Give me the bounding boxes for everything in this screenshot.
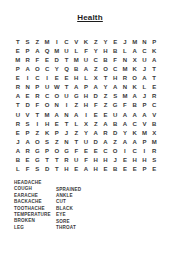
- grid-cell[interactable]: H: [130, 156, 140, 165]
- grid-cell[interactable]: E: [130, 165, 140, 174]
- grid-cell[interactable]: T: [13, 101, 23, 110]
- grid-cell[interactable]: Z: [71, 101, 81, 110]
- grid-cell[interactable]: N: [140, 37, 150, 46]
- grid-cell[interactable]: N: [52, 101, 62, 110]
- grid-cell[interactable]: E: [91, 110, 101, 119]
- grid-cell[interactable]: E: [42, 55, 52, 64]
- grid-cell[interactable]: Y: [52, 64, 62, 73]
- grid-cell[interactable]: U: [81, 137, 91, 146]
- grid-cell[interactable]: T: [62, 119, 72, 128]
- grid-cell[interactable]: B: [130, 101, 140, 110]
- grid-cell[interactable]: P: [23, 128, 33, 137]
- grid-cell[interactable]: Z: [52, 137, 62, 146]
- grid-cell[interactable]: A: [81, 64, 91, 73]
- grid-cell[interactable]: A: [101, 137, 111, 146]
- grid-cell[interactable]: C: [32, 74, 42, 83]
- grid-cell[interactable]: H: [101, 156, 111, 165]
- grid-cell[interactable]: A: [140, 110, 150, 119]
- grid-cell[interactable]: M: [140, 128, 150, 137]
- grid-cell[interactable]: B: [110, 165, 120, 174]
- word-list-right: SPRAINEDANKLECUTBLACKEYESORETHROAT: [56, 187, 81, 232]
- grid-cell[interactable]: K: [130, 128, 140, 137]
- grid-cell[interactable]: L: [120, 46, 130, 55]
- grid-cell[interactable]: O: [52, 147, 62, 156]
- grid-cell[interactable]: F: [81, 156, 91, 165]
- grid-cell[interactable]: W: [52, 83, 62, 92]
- grid-cell[interactable]: M: [120, 64, 130, 73]
- grid-cell[interactable]: O: [32, 64, 42, 73]
- grid-cell[interactable]: T: [62, 55, 72, 64]
- grid-cell[interactable]: L: [71, 46, 81, 55]
- grid-cell[interactable]: J: [140, 64, 150, 73]
- grid-cell[interactable]: C: [110, 64, 120, 73]
- grid-cell[interactable]: M: [130, 37, 140, 46]
- grid-cell[interactable]: C: [91, 55, 101, 64]
- grid-cell[interactable]: F: [91, 101, 101, 110]
- grid-cell[interactable]: E: [101, 110, 111, 119]
- grid-cell[interactable]: O: [42, 101, 52, 110]
- grid-cell[interactable]: S: [110, 92, 120, 101]
- grid-cell[interactable]: B: [110, 46, 120, 55]
- grid-cell[interactable]: A: [130, 92, 140, 101]
- word-search-grid: TSZMICVKZYEJMNPEPAQMULFYHBLACKMRFEDTMUCB…: [13, 37, 159, 174]
- grid-cell[interactable]: V: [23, 110, 33, 119]
- grid-cell[interactable]: G: [32, 156, 42, 165]
- grid-cell[interactable]: T: [52, 165, 62, 174]
- grid-cell[interactable]: A: [23, 137, 33, 146]
- grid-cell[interactable]: A: [91, 83, 101, 92]
- grid-cell[interactable]: Z: [32, 128, 42, 137]
- grid-cell[interactable]: N: [120, 83, 130, 92]
- grid-cell[interactable]: H: [62, 165, 72, 174]
- grid-cell[interactable]: T: [52, 156, 62, 165]
- grid-cell[interactable]: Z: [91, 119, 101, 128]
- grid-cell[interactable]: E: [62, 74, 72, 83]
- grid-cell[interactable]: R: [149, 147, 159, 156]
- word-list-item: LEG: [14, 225, 51, 231]
- grid-cell[interactable]: U: [110, 110, 120, 119]
- grid-cell[interactable]: M: [42, 110, 52, 119]
- grid-cell[interactable]: G: [110, 101, 120, 110]
- grid-cell[interactable]: A: [13, 147, 23, 156]
- grid-cell[interactable]: K: [42, 128, 52, 137]
- grid-cell[interactable]: P: [140, 137, 150, 146]
- grid-cell[interactable]: P: [23, 46, 33, 55]
- grid-cell[interactable]: E: [120, 165, 130, 174]
- grid-cell[interactable]: H: [81, 101, 91, 110]
- grid-cell[interactable]: E: [149, 165, 159, 174]
- grid-cell[interactable]: R: [23, 147, 33, 156]
- grid-cell[interactable]: R: [149, 92, 159, 101]
- grid-cell[interactable]: A: [130, 46, 140, 55]
- grid-cell[interactable]: M: [42, 37, 52, 46]
- grid-cell[interactable]: Z: [71, 128, 81, 137]
- grid-cell[interactable]: D: [42, 165, 52, 174]
- grid-cell[interactable]: J: [140, 92, 150, 101]
- grid-cell[interactable]: S: [42, 137, 52, 146]
- grid-cell[interactable]: U: [62, 46, 72, 55]
- grid-cell[interactable]: H: [81, 92, 91, 101]
- grid-cell[interactable]: R: [13, 119, 23, 128]
- grid-cell[interactable]: H: [91, 156, 101, 165]
- grid-cell[interactable]: N: [62, 137, 72, 146]
- grid-cell[interactable]: S: [149, 156, 159, 165]
- grid-cell[interactable]: Z: [110, 137, 120, 146]
- grid-cell[interactable]: E: [52, 119, 62, 128]
- grid-cell[interactable]: H: [71, 74, 81, 83]
- grid-cell[interactable]: T: [101, 74, 111, 83]
- grid-cell[interactable]: A: [23, 64, 33, 73]
- grid-cell[interactable]: R: [13, 83, 23, 92]
- grid-cell[interactable]: T: [32, 110, 42, 119]
- grid-cell[interactable]: H: [110, 74, 120, 83]
- grid-cell[interactable]: D: [91, 92, 101, 101]
- grid-cell[interactable]: K: [130, 64, 140, 73]
- grid-cell[interactable]: U: [140, 55, 150, 64]
- grid-cell[interactable]: E: [23, 156, 33, 165]
- grid-cell[interactable]: Z: [101, 92, 111, 101]
- grid-cell[interactable]: Y: [101, 83, 111, 92]
- grid-cell[interactable]: V: [149, 110, 159, 119]
- grid-cell[interactable]: O: [130, 74, 140, 83]
- grid-cell[interactable]: R: [23, 55, 33, 64]
- grid-cell[interactable]: A: [52, 110, 62, 119]
- grid-cell[interactable]: X: [149, 128, 159, 137]
- grid-cell[interactable]: S: [23, 119, 33, 128]
- grid-cell[interactable]: B: [110, 119, 120, 128]
- grid-cell[interactable]: O: [32, 137, 42, 146]
- grid-cell[interactable]: C: [42, 92, 52, 101]
- grid-cell[interactable]: A: [71, 83, 81, 92]
- grid-cell[interactable]: S: [23, 37, 33, 46]
- grid-cell[interactable]: P: [52, 128, 62, 137]
- grid-cell[interactable]: Q: [42, 46, 52, 55]
- grid-cell[interactable]: Y: [91, 46, 101, 55]
- grid-cell[interactable]: P: [32, 83, 42, 92]
- grid-cell[interactable]: E: [101, 165, 111, 174]
- grid-cell[interactable]: I: [23, 74, 33, 83]
- grid-cell[interactable]: A: [120, 137, 130, 146]
- grid-cell[interactable]: R: [32, 92, 42, 101]
- grid-cell[interactable]: P: [42, 147, 52, 156]
- grid-cell[interactable]: H: [91, 165, 101, 174]
- grid-cell[interactable]: E: [120, 156, 130, 165]
- grid-cell[interactable]: X: [130, 55, 140, 64]
- grid-cell[interactable]: L: [13, 165, 23, 174]
- grid-cell[interactable]: J: [120, 37, 130, 46]
- grid-cell[interactable]: A: [130, 137, 140, 146]
- grid-cell[interactable]: P: [13, 64, 23, 73]
- grid-cell[interactable]: D: [91, 137, 101, 146]
- grid-cell[interactable]: Y: [81, 128, 91, 137]
- grid-cell[interactable]: S: [32, 165, 42, 174]
- grid-cell[interactable]: V: [71, 37, 81, 46]
- grid-cell[interactable]: F: [110, 55, 120, 64]
- grid-cell[interactable]: A: [91, 128, 101, 137]
- grid-cell[interactable]: M: [71, 55, 81, 64]
- grid-cell[interactable]: H: [140, 156, 150, 165]
- grid-cell[interactable]: E: [91, 147, 101, 156]
- worksheet-page: Health TSZMICVKZYEJMNPEPAQMULFYHBLACKMRF…: [0, 0, 180, 255]
- grid-cell[interactable]: U: [62, 92, 72, 101]
- grid-cell[interactable]: U: [42, 83, 52, 92]
- grid-cell[interactable]: F: [71, 147, 81, 156]
- grid-cell[interactable]: K: [81, 37, 91, 46]
- word-list-left: HEADACHECOUGHEARACHEBACKACHETOOTHACHETEM…: [14, 180, 51, 231]
- puzzle-title: Health: [0, 13, 180, 22]
- grid-cell[interactable]: Z: [91, 37, 101, 46]
- grid-cell[interactable]: E: [13, 128, 23, 137]
- grid-cell[interactable]: T: [149, 74, 159, 83]
- grid-cell[interactable]: K: [149, 46, 159, 55]
- grid-cell[interactable]: H: [101, 46, 111, 55]
- grid-cell[interactable]: I: [42, 74, 52, 83]
- grid-cell[interactable]: H: [42, 119, 52, 128]
- grid-cell[interactable]: M: [52, 46, 62, 55]
- grid-cell[interactable]: A: [120, 110, 130, 119]
- grid-cell[interactable]: A: [71, 110, 81, 119]
- grid-cell[interactable]: X: [91, 74, 101, 83]
- grid-cell[interactable]: E: [23, 92, 33, 101]
- grid-cell[interactable]: M: [120, 92, 130, 101]
- grid-cell[interactable]: E: [110, 37, 120, 46]
- grid-cell[interactable]: R: [62, 156, 72, 165]
- grid-cell[interactable]: F: [81, 46, 91, 55]
- grid-cell[interactable]: B: [101, 55, 111, 64]
- grid-cell[interactable]: K: [130, 83, 140, 92]
- grid-cell[interactable]: N: [23, 83, 33, 92]
- grid-cell[interactable]: T: [42, 156, 52, 165]
- grid-cell[interactable]: E: [71, 165, 81, 174]
- grid-cell[interactable]: Z: [32, 37, 42, 46]
- grid-cell[interactable]: D: [52, 55, 62, 64]
- grid-cell[interactable]: I: [140, 147, 150, 156]
- grid-cell[interactable]: A: [110, 83, 120, 92]
- grid-cell[interactable]: G: [62, 147, 72, 156]
- grid-cell[interactable]: C: [149, 101, 159, 110]
- grid-cell[interactable]: E: [13, 74, 23, 83]
- grid-cell[interactable]: I: [62, 101, 72, 110]
- grid-cell[interactable]: F: [32, 101, 42, 110]
- grid-cell[interactable]: F: [23, 165, 33, 174]
- grid-cell[interactable]: P: [81, 83, 91, 92]
- grid-cell[interactable]: A: [130, 110, 140, 119]
- grid-cell[interactable]: N: [62, 110, 72, 119]
- grid-cell[interactable]: O: [101, 64, 111, 73]
- grid-cell[interactable]: B: [71, 64, 81, 73]
- grid-cell[interactable]: C: [42, 64, 52, 73]
- grid-cell[interactable]: E: [149, 83, 159, 92]
- grid-cell[interactable]: U: [13, 110, 23, 119]
- grid-cell[interactable]: C: [140, 46, 150, 55]
- grid-cell[interactable]: T: [149, 64, 159, 73]
- grid-cell[interactable]: R: [101, 128, 111, 137]
- grid-cell[interactable]: R: [120, 74, 130, 83]
- grid-cell[interactable]: Z: [91, 64, 101, 73]
- grid-cell[interactable]: D: [23, 101, 33, 110]
- grid-cell[interactable]: E: [52, 74, 62, 83]
- grid-cell[interactable]: D: [110, 128, 120, 137]
- grid-cell[interactable]: O: [52, 92, 62, 101]
- grid-cell[interactable]: G: [32, 147, 42, 156]
- grid-cell[interactable]: L: [140, 83, 150, 92]
- grid-cell[interactable]: N: [120, 55, 130, 64]
- grid-cell[interactable]: T: [62, 83, 72, 92]
- grid-cell[interactable]: L: [71, 119, 81, 128]
- grid-cell[interactable]: G: [71, 92, 81, 101]
- grid-cell[interactable]: X: [81, 119, 91, 128]
- grid-cell[interactable]: I: [81, 110, 91, 119]
- grid-cell[interactable]: A: [32, 46, 42, 55]
- grid-cell[interactable]: O: [110, 147, 120, 156]
- grid-cell[interactable]: A: [101, 119, 111, 128]
- grid-cell[interactable]: J: [62, 128, 72, 137]
- grid-cell[interactable]: A: [120, 119, 130, 128]
- grid-cell[interactable]: P: [140, 165, 150, 174]
- grid-cell[interactable]: C: [62, 37, 72, 46]
- grid-cell[interactable]: M: [13, 55, 23, 64]
- grid-cell[interactable]: Y: [101, 37, 111, 46]
- grid-cell[interactable]: Y: [120, 128, 130, 137]
- grid-cell[interactable]: M: [149, 137, 159, 146]
- grid-cell[interactable]: A: [13, 92, 23, 101]
- grid-cell[interactable]: J: [110, 156, 120, 165]
- grid-cell[interactable]: F: [120, 101, 130, 110]
- grid-cell[interactable]: T: [13, 37, 23, 46]
- grid-cell[interactable]: A: [81, 165, 91, 174]
- grid-cell[interactable]: Z: [101, 101, 111, 110]
- grid-cell[interactable]: T: [71, 137, 81, 146]
- grid-cell[interactable]: U: [81, 55, 91, 64]
- grid-cell[interactable]: E: [13, 46, 23, 55]
- grid-cell[interactable]: P: [149, 37, 159, 46]
- grid-cell[interactable]: B: [149, 119, 159, 128]
- grid-cell[interactable]: Q: [62, 64, 72, 73]
- grid-cell[interactable]: L: [81, 74, 91, 83]
- grid-cell[interactable]: I: [52, 37, 62, 46]
- grid-cell[interactable]: A: [140, 74, 150, 83]
- grid-cell[interactable]: C: [101, 147, 111, 156]
- grid-cell[interactable]: E: [81, 147, 91, 156]
- grid-cell[interactable]: C: [130, 147, 140, 156]
- grid-cell[interactable]: V: [140, 119, 150, 128]
- grid-cell[interactable]: I: [120, 147, 130, 156]
- word-list-item: SPRAINED: [56, 187, 81, 193]
- grid-cell[interactable]: I: [32, 119, 42, 128]
- grid-cell[interactable]: C: [130, 119, 140, 128]
- grid-cell[interactable]: F: [32, 55, 42, 64]
- grid-cell[interactable]: P: [140, 101, 150, 110]
- grid-cell[interactable]: U: [71, 156, 81, 165]
- word-list-item: THROAT: [56, 225, 81, 231]
- grid-cell[interactable]: A: [149, 55, 159, 64]
- grid-cell[interactable]: J: [13, 137, 23, 146]
- grid-cell[interactable]: B: [13, 156, 23, 165]
